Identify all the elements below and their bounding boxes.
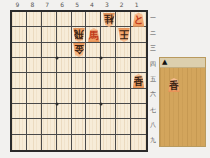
board-square[interactable] bbox=[42, 135, 57, 150]
board-square[interactable] bbox=[116, 119, 131, 134]
board-square[interactable] bbox=[101, 89, 116, 104]
komadai-header: ▲ bbox=[160, 58, 205, 68]
file-label: 2 bbox=[114, 1, 129, 9]
board-square[interactable] bbox=[12, 89, 27, 104]
piece-kanji: 馬 bbox=[89, 29, 99, 42]
board-square[interactable] bbox=[12, 104, 27, 119]
file-label: 4 bbox=[84, 1, 99, 9]
hoshi-dot bbox=[100, 103, 103, 106]
file-label: 6 bbox=[55, 1, 70, 9]
board-square[interactable] bbox=[86, 89, 101, 104]
board-square[interactable] bbox=[72, 135, 87, 150]
rank-label: 四 bbox=[148, 60, 158, 69]
board-square[interactable] bbox=[101, 73, 116, 88]
shogi-board: 桂と飛馬王金香 bbox=[10, 10, 148, 152]
board-square[interactable] bbox=[27, 135, 42, 150]
board-square[interactable] bbox=[57, 27, 72, 42]
board-square[interactable] bbox=[57, 12, 72, 27]
rank-label: 七 bbox=[148, 106, 158, 115]
board-square[interactable] bbox=[12, 12, 27, 27]
board-square[interactable] bbox=[101, 119, 116, 134]
board-square[interactable] bbox=[27, 27, 42, 42]
board-square[interactable] bbox=[27, 119, 42, 134]
board-square[interactable] bbox=[57, 135, 72, 150]
board-square[interactable] bbox=[86, 135, 101, 150]
board-square[interactable] bbox=[101, 135, 116, 150]
file-label: 9 bbox=[10, 1, 25, 9]
board-square[interactable] bbox=[116, 73, 131, 88]
rank-label: 九 bbox=[148, 136, 158, 145]
file-label: 8 bbox=[25, 1, 40, 9]
file-label: 1 bbox=[129, 1, 144, 9]
rank-label: 一 bbox=[148, 14, 158, 23]
board-square[interactable] bbox=[57, 119, 72, 134]
piece-kanji: 王 bbox=[119, 29, 129, 42]
board-square[interactable] bbox=[72, 12, 87, 27]
file-label: 7 bbox=[40, 1, 55, 9]
rank-label: 六 bbox=[148, 90, 158, 99]
file-label: 5 bbox=[70, 1, 85, 9]
board-square[interactable] bbox=[116, 58, 131, 73]
board-square[interactable] bbox=[42, 104, 57, 119]
board-square[interactable] bbox=[42, 43, 57, 58]
rank-label: 三 bbox=[148, 44, 158, 53]
board-square[interactable] bbox=[12, 27, 27, 42]
board-square[interactable] bbox=[27, 12, 42, 27]
rank-label: 二 bbox=[148, 29, 158, 38]
piece-kanji: 金 bbox=[74, 44, 84, 57]
piece-kanji: 香 bbox=[134, 75, 144, 88]
board-square[interactable] bbox=[42, 12, 57, 27]
board-square[interactable] bbox=[131, 119, 146, 134]
board-square[interactable] bbox=[86, 104, 101, 119]
board-square[interactable] bbox=[72, 119, 87, 134]
board-square[interactable] bbox=[27, 43, 42, 58]
board-square[interactable] bbox=[131, 58, 146, 73]
board-square[interactable] bbox=[131, 43, 146, 58]
file-label: 3 bbox=[99, 1, 114, 9]
tsume-shogi-diagram: 桂と飛馬王金香 987654321 一二三四五六七八九 ▲ 香 bbox=[0, 0, 210, 158]
board-square[interactable] bbox=[101, 27, 116, 42]
board-square[interactable] bbox=[72, 73, 87, 88]
board-square[interactable] bbox=[72, 58, 87, 73]
piece-kanji: 桂 bbox=[104, 13, 114, 26]
board-square[interactable] bbox=[116, 104, 131, 119]
piece-kanji: 香 bbox=[169, 79, 179, 92]
board-square[interactable] bbox=[27, 104, 42, 119]
board-square[interactable] bbox=[86, 119, 101, 134]
board-square[interactable] bbox=[131, 89, 146, 104]
board-square[interactable] bbox=[12, 58, 27, 73]
board-square[interactable] bbox=[101, 58, 116, 73]
board-square[interactable] bbox=[42, 73, 57, 88]
board-square[interactable] bbox=[131, 27, 146, 42]
board-square[interactable] bbox=[42, 119, 57, 134]
board-square[interactable] bbox=[86, 12, 101, 27]
sente-hand-pieces: 香 bbox=[160, 68, 205, 147]
sente-turn-icon: ▲ bbox=[162, 58, 167, 67]
komadai-sente: ▲ 香 bbox=[159, 57, 206, 147]
board-square[interactable] bbox=[131, 104, 146, 119]
rank-label: 八 bbox=[148, 121, 158, 130]
board-square[interactable] bbox=[42, 27, 57, 42]
board-square[interactable] bbox=[86, 43, 101, 58]
hoshi-dot bbox=[100, 57, 103, 60]
rank-label: 五 bbox=[148, 75, 158, 84]
board-square[interactable] bbox=[101, 104, 116, 119]
board-square[interactable] bbox=[12, 43, 27, 58]
board-square[interactable] bbox=[116, 89, 131, 104]
board-square[interactable] bbox=[12, 135, 27, 150]
board-square[interactable] bbox=[116, 135, 131, 150]
board-square[interactable] bbox=[86, 58, 101, 73]
board-square[interactable] bbox=[116, 12, 131, 27]
board-square[interactable] bbox=[12, 73, 27, 88]
piece-kanji: 飛 bbox=[74, 29, 84, 42]
board-square[interactable] bbox=[131, 135, 146, 150]
hoshi-dot bbox=[55, 103, 58, 106]
board-square[interactable] bbox=[57, 89, 72, 104]
hoshi-dot bbox=[55, 57, 58, 60]
board-square[interactable] bbox=[42, 89, 57, 104]
board-square[interactable] bbox=[57, 43, 72, 58]
board-square[interactable] bbox=[57, 58, 72, 73]
board-square[interactable] bbox=[116, 43, 131, 58]
board-square[interactable] bbox=[12, 119, 27, 134]
board-square[interactable] bbox=[27, 58, 42, 73]
board-square[interactable] bbox=[57, 73, 72, 88]
board-square[interactable] bbox=[27, 89, 42, 104]
piece-kanji: と bbox=[133, 13, 143, 26]
shogi-piece-sente[interactable]: 香 bbox=[168, 78, 181, 92]
board-square[interactable] bbox=[57, 104, 72, 119]
board-square[interactable] bbox=[27, 73, 42, 88]
board-square[interactable] bbox=[72, 89, 87, 104]
board-square[interactable] bbox=[42, 58, 57, 73]
board-square[interactable] bbox=[72, 104, 87, 119]
board-square[interactable] bbox=[86, 73, 101, 88]
board-square[interactable] bbox=[101, 43, 116, 58]
